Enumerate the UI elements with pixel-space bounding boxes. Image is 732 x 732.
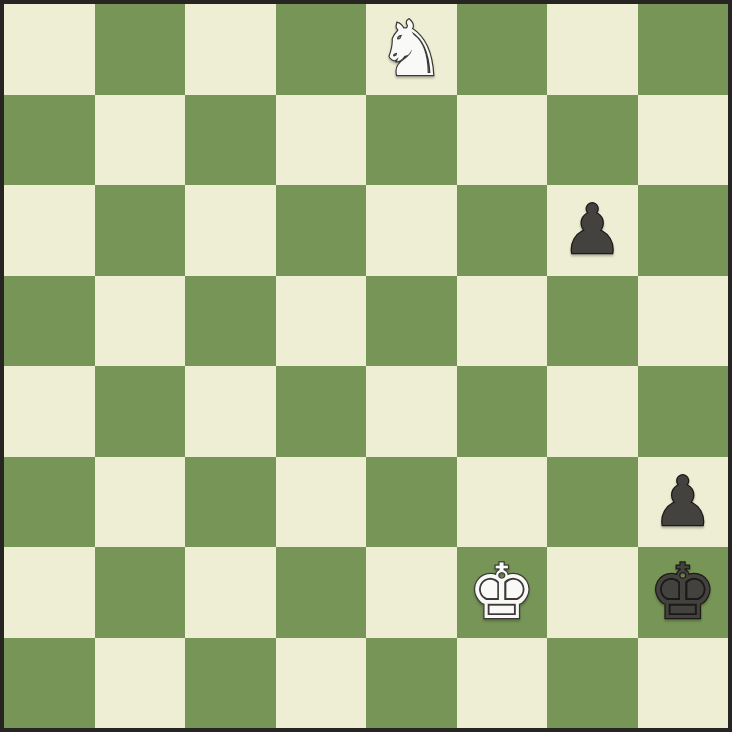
square-d2[interactable] [276,547,367,638]
chess-board-container: ♞♟♟♚♚ [0,0,732,732]
square-g2[interactable] [547,547,638,638]
square-f5[interactable] [457,276,548,367]
square-a4[interactable] [4,366,95,457]
square-a7[interactable] [4,95,95,186]
square-f7[interactable] [457,95,548,186]
white-knight-icon[interactable]: ♞ [377,11,445,87]
square-d5[interactable] [276,276,367,367]
square-b2[interactable] [95,547,186,638]
square-e5[interactable] [366,276,457,367]
square-a6[interactable] [4,185,95,276]
square-h3[interactable]: ♟ [638,457,729,548]
square-d7[interactable] [276,95,367,186]
square-g7[interactable] [547,95,638,186]
square-f2[interactable]: ♚ [457,547,548,638]
square-f1[interactable] [457,638,548,729]
square-a3[interactable] [4,457,95,548]
square-h8[interactable] [638,4,729,95]
square-g1[interactable] [547,638,638,729]
square-h7[interactable] [638,95,729,186]
square-e4[interactable] [366,366,457,457]
square-b7[interactable] [95,95,186,186]
square-b8[interactable] [95,4,186,95]
square-e1[interactable] [366,638,457,729]
black-king-icon[interactable]: ♚ [649,554,717,630]
square-h5[interactable] [638,276,729,367]
square-g6[interactable]: ♟ [547,185,638,276]
square-e6[interactable] [366,185,457,276]
square-e8[interactable]: ♞ [366,4,457,95]
square-b6[interactable] [95,185,186,276]
square-a1[interactable] [4,638,95,729]
square-e2[interactable] [366,547,457,638]
square-c5[interactable] [185,276,276,367]
square-b5[interactable] [95,276,186,367]
white-king-icon[interactable]: ♚ [468,554,536,630]
square-h1[interactable] [638,638,729,729]
square-f6[interactable] [457,185,548,276]
square-b1[interactable] [95,638,186,729]
square-h6[interactable] [638,185,729,276]
square-f8[interactable] [457,4,548,95]
square-b4[interactable] [95,366,186,457]
square-c4[interactable] [185,366,276,457]
square-g5[interactable] [547,276,638,367]
square-g4[interactable] [547,366,638,457]
square-d8[interactable] [276,4,367,95]
square-c2[interactable] [185,547,276,638]
square-g8[interactable] [547,4,638,95]
square-d1[interactable] [276,638,367,729]
square-d3[interactable] [276,457,367,548]
square-a8[interactable] [4,4,95,95]
square-c6[interactable] [185,185,276,276]
square-c3[interactable] [185,457,276,548]
square-d6[interactable] [276,185,367,276]
square-h4[interactable] [638,366,729,457]
square-a5[interactable] [4,276,95,367]
square-f4[interactable] [457,366,548,457]
black-pawn-icon[interactable]: ♟ [562,196,623,264]
square-g3[interactable] [547,457,638,548]
square-h2[interactable]: ♚ [638,547,729,638]
square-e3[interactable] [366,457,457,548]
square-c1[interactable] [185,638,276,729]
square-e7[interactable] [366,95,457,186]
square-f3[interactable] [457,457,548,548]
square-c8[interactable] [185,4,276,95]
square-d4[interactable] [276,366,367,457]
square-a2[interactable] [4,547,95,638]
square-b3[interactable] [95,457,186,548]
square-c7[interactable] [185,95,276,186]
black-pawn-icon[interactable]: ♟ [652,468,713,536]
chess-board: ♞♟♟♚♚ [0,0,732,732]
